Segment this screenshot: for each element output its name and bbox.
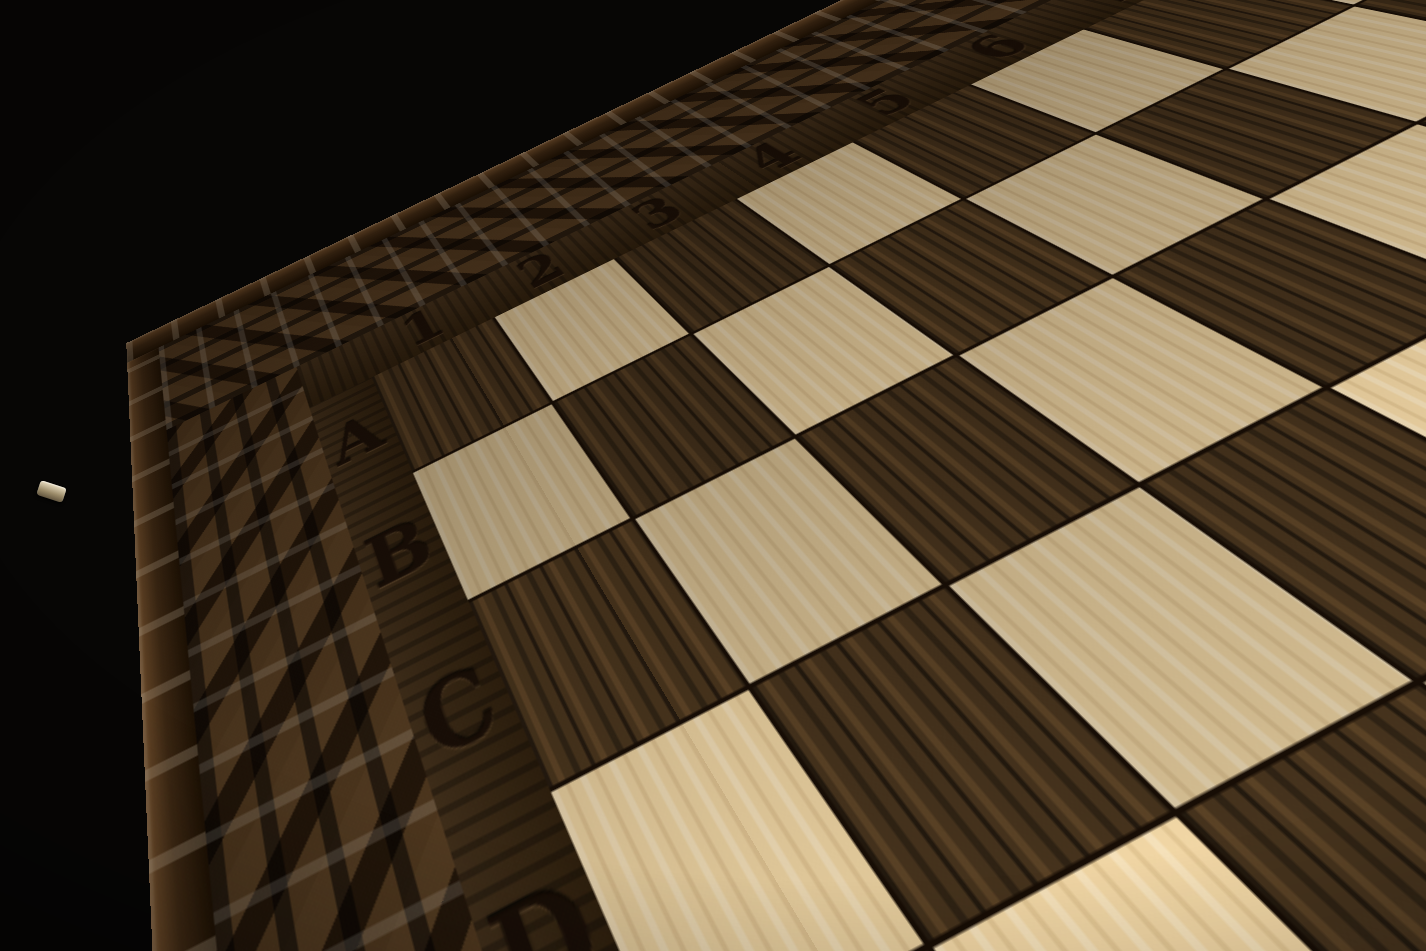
side-clasp-hardware: [36, 480, 66, 503]
photo-stage: 12345678ABCDEFGH: [0, 0, 1426, 951]
board-rim-edge-left: [0, 0, 159, 363]
chess-board: 12345678ABCDEFGH: [0, 0, 1257, 343]
